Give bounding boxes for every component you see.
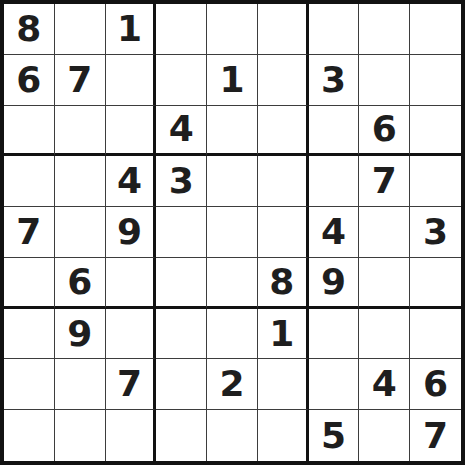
cell-r8c3-given[interactable]: 7 — [106, 359, 157, 410]
cell-r7c8[interactable] — [359, 309, 410, 360]
cell-r9c7-given[interactable]: 5 — [309, 410, 360, 461]
cell-r4c9[interactable] — [410, 156, 461, 207]
cell-r5c3-given[interactable]: 9 — [106, 207, 157, 258]
cell-r6c6-given[interactable]: 8 — [258, 258, 309, 309]
cell-r4c5[interactable] — [207, 156, 258, 207]
cell-r7c9[interactable] — [410, 309, 461, 360]
cell-r1c2[interactable] — [55, 4, 106, 55]
cell-r8c6[interactable] — [258, 359, 309, 410]
cell-r1c6[interactable] — [258, 4, 309, 55]
cell-r4c1[interactable] — [4, 156, 55, 207]
cell-r1c1-given[interactable]: 8 — [4, 4, 55, 55]
cell-r7c5[interactable] — [207, 309, 258, 360]
cell-r2c6[interactable] — [258, 55, 309, 106]
cell-r6c8[interactable] — [359, 258, 410, 309]
cell-r4c4-given[interactable]: 3 — [156, 156, 207, 207]
cell-r4c7[interactable] — [309, 156, 360, 207]
cell-r3c9[interactable] — [410, 106, 461, 157]
cell-r5c4[interactable] — [156, 207, 207, 258]
cell-r6c2-given[interactable]: 6 — [55, 258, 106, 309]
cell-r8c9-given[interactable]: 6 — [410, 359, 461, 410]
cell-r9c9-given[interactable]: 7 — [410, 410, 461, 461]
cell-r4c2[interactable] — [55, 156, 106, 207]
cell-r5c2[interactable] — [55, 207, 106, 258]
cell-r5c9-given[interactable]: 3 — [410, 207, 461, 258]
cell-r8c8-given[interactable]: 4 — [359, 359, 410, 410]
cell-r5c8[interactable] — [359, 207, 410, 258]
cell-r9c5[interactable] — [207, 410, 258, 461]
cell-r2c8[interactable] — [359, 55, 410, 106]
cell-r7c7[interactable] — [309, 309, 360, 360]
cell-r7c1[interactable] — [4, 309, 55, 360]
cell-r3c2[interactable] — [55, 106, 106, 157]
cell-r6c5[interactable] — [207, 258, 258, 309]
cell-r7c6-given[interactable]: 1 — [258, 309, 309, 360]
cell-r6c7-given[interactable]: 9 — [309, 258, 360, 309]
cell-r3c7[interactable] — [309, 106, 360, 157]
cell-r8c4[interactable] — [156, 359, 207, 410]
cell-r9c3[interactable] — [106, 410, 157, 461]
cell-r2c7-given[interactable]: 3 — [309, 55, 360, 106]
cell-r6c4[interactable] — [156, 258, 207, 309]
cell-r2c5-given[interactable]: 1 — [207, 55, 258, 106]
cell-r1c8[interactable] — [359, 4, 410, 55]
cell-r8c2[interactable] — [55, 359, 106, 410]
cell-r1c3-given[interactable]: 1 — [106, 4, 157, 55]
cell-r2c2-given[interactable]: 7 — [55, 55, 106, 106]
cell-r3c3[interactable] — [106, 106, 157, 157]
cell-r8c1[interactable] — [4, 359, 55, 410]
cell-r3c8-given[interactable]: 6 — [359, 106, 410, 157]
cell-r2c1-given[interactable]: 6 — [4, 55, 55, 106]
cell-r9c1[interactable] — [4, 410, 55, 461]
cell-r2c9[interactable] — [410, 55, 461, 106]
cell-r8c5-given[interactable]: 2 — [207, 359, 258, 410]
cell-r4c8-given[interactable]: 7 — [359, 156, 410, 207]
cell-r2c4[interactable] — [156, 55, 207, 106]
cell-r5c1-given[interactable]: 7 — [4, 207, 55, 258]
cell-r9c8[interactable] — [359, 410, 410, 461]
cell-r7c2-given[interactable]: 9 — [55, 309, 106, 360]
cell-r4c3-given[interactable]: 4 — [106, 156, 157, 207]
cell-r6c1[interactable] — [4, 258, 55, 309]
cell-r6c3[interactable] — [106, 258, 157, 309]
sudoku-board: 81671346437794368991724657 — [0, 0, 465, 465]
cell-r7c3[interactable] — [106, 309, 157, 360]
cell-r1c9[interactable] — [410, 4, 461, 55]
cell-r6c9[interactable] — [410, 258, 461, 309]
cell-r9c2[interactable] — [55, 410, 106, 461]
cell-r8c7[interactable] — [309, 359, 360, 410]
cell-r1c7[interactable] — [309, 4, 360, 55]
cell-r5c5[interactable] — [207, 207, 258, 258]
cell-r9c6[interactable] — [258, 410, 309, 461]
cell-r3c5[interactable] — [207, 106, 258, 157]
cell-r3c1[interactable] — [4, 106, 55, 157]
cell-r9c4[interactable] — [156, 410, 207, 461]
cell-r3c4-given[interactable]: 4 — [156, 106, 207, 157]
cell-r5c7-given[interactable]: 4 — [309, 207, 360, 258]
cell-r1c4[interactable] — [156, 4, 207, 55]
cell-r2c3[interactable] — [106, 55, 157, 106]
cell-r7c4[interactable] — [156, 309, 207, 360]
cell-r3c6[interactable] — [258, 106, 309, 157]
cell-r5c6[interactable] — [258, 207, 309, 258]
cell-r4c6[interactable] — [258, 156, 309, 207]
cell-r1c5[interactable] — [207, 4, 258, 55]
